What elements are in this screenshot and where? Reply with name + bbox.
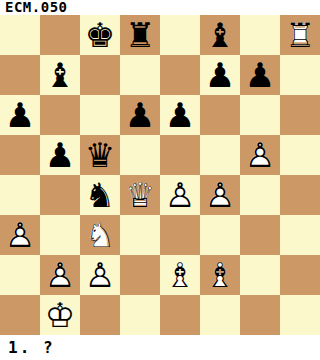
- white-pawn-piece: ♟: [200, 175, 240, 215]
- black-pawn-piece: ♟: [120, 95, 160, 135]
- square-a3[interactable]: ♟♙: [0, 215, 40, 255]
- white-rook-piece-outline: ♖: [280, 15, 320, 55]
- black-queen-piece: ♛: [80, 135, 120, 175]
- square-a4[interactable]: [0, 175, 40, 215]
- square-a7[interactable]: [0, 55, 40, 95]
- square-a5[interactable]: [0, 135, 40, 175]
- square-c5[interactable]: ♛: [80, 135, 120, 175]
- square-e4[interactable]: ♟♙: [160, 175, 200, 215]
- square-h2[interactable]: [280, 255, 320, 295]
- square-d2[interactable]: [120, 255, 160, 295]
- square-a6[interactable]: ♟: [0, 95, 40, 135]
- chess-board: ♚♜♝♜♖♝♟♟♟♟♟♟♛♟♙♞♛♕♟♙♟♙♟♙♞♘♟♙♟♙♝♗♝♗♚♔: [0, 15, 320, 335]
- white-pawn-piece: ♟: [240, 135, 280, 175]
- black-king-piece: ♚: [80, 15, 120, 55]
- white-pawn-piece: ♟: [40, 255, 80, 295]
- square-b6[interactable]: [40, 95, 80, 135]
- white-pawn-piece-outline: ♙: [80, 255, 120, 295]
- black-bishop-piece: ♝: [200, 15, 240, 55]
- square-b7[interactable]: ♝: [40, 55, 80, 95]
- square-f4[interactable]: ♟♙: [200, 175, 240, 215]
- square-a2[interactable]: [0, 255, 40, 295]
- square-h6[interactable]: [280, 95, 320, 135]
- square-d8[interactable]: ♜: [120, 15, 160, 55]
- square-f5[interactable]: [200, 135, 240, 175]
- chess-diagram-window: ECM.050 ♚♜♝♜♖♝♟♟♟♟♟♟♛♟♙♞♛♕♟♙♟♙♟♙♞♘♟♙♟♙♝♗…: [0, 0, 320, 360]
- white-pawn-piece-outline: ♙: [240, 135, 280, 175]
- square-e3[interactable]: [160, 215, 200, 255]
- square-a1[interactable]: [0, 295, 40, 335]
- square-b4[interactable]: [40, 175, 80, 215]
- square-d4[interactable]: ♛♕: [120, 175, 160, 215]
- black-pawn-piece: ♟: [0, 95, 40, 135]
- white-pawn-piece-outline: ♙: [160, 175, 200, 215]
- square-c3[interactable]: ♞♘: [80, 215, 120, 255]
- square-f7[interactable]: ♟: [200, 55, 240, 95]
- square-g3[interactable]: [240, 215, 280, 255]
- square-b3[interactable]: [40, 215, 80, 255]
- black-pawn-piece: ♟: [240, 55, 280, 95]
- square-a8[interactable]: [0, 15, 40, 55]
- white-pawn-piece-outline: ♙: [0, 215, 40, 255]
- square-g4[interactable]: [240, 175, 280, 215]
- square-d6[interactable]: ♟: [120, 95, 160, 135]
- square-g6[interactable]: [240, 95, 280, 135]
- square-c2[interactable]: ♟♙: [80, 255, 120, 295]
- white-pawn-piece: ♟: [160, 175, 200, 215]
- square-c1[interactable]: [80, 295, 120, 335]
- black-pawn-piece: ♟: [40, 135, 80, 175]
- white-pawn-piece-outline: ♙: [200, 175, 240, 215]
- square-c6[interactable]: [80, 95, 120, 135]
- square-f1[interactable]: [200, 295, 240, 335]
- square-e5[interactable]: [160, 135, 200, 175]
- square-h8[interactable]: ♜♖: [280, 15, 320, 55]
- square-b5[interactable]: ♟: [40, 135, 80, 175]
- white-bishop-piece: ♝: [200, 255, 240, 295]
- square-d3[interactable]: [120, 215, 160, 255]
- square-f6[interactable]: [200, 95, 240, 135]
- black-pawn-piece: ♟: [160, 95, 200, 135]
- square-h4[interactable]: [280, 175, 320, 215]
- black-knight-piece: ♞: [80, 175, 120, 215]
- square-g5[interactable]: ♟♙: [240, 135, 280, 175]
- square-h7[interactable]: [280, 55, 320, 95]
- square-d7[interactable]: [120, 55, 160, 95]
- black-bishop-piece: ♝: [40, 55, 80, 95]
- square-d1[interactable]: [120, 295, 160, 335]
- black-rook-piece: ♜: [120, 15, 160, 55]
- square-d5[interactable]: [120, 135, 160, 175]
- square-b1[interactable]: ♚♔: [40, 295, 80, 335]
- white-knight-piece: ♞: [80, 215, 120, 255]
- square-f2[interactable]: ♝♗: [200, 255, 240, 295]
- square-c7[interactable]: [80, 55, 120, 95]
- white-queen-piece: ♛: [120, 175, 160, 215]
- square-h5[interactable]: [280, 135, 320, 175]
- square-e2[interactable]: ♝♗: [160, 255, 200, 295]
- square-f3[interactable]: [200, 215, 240, 255]
- square-e1[interactable]: [160, 295, 200, 335]
- black-pawn-piece: ♟: [200, 55, 240, 95]
- white-rook-piece: ♜: [280, 15, 320, 55]
- white-bishop-piece: ♝: [160, 255, 200, 295]
- white-knight-piece-outline: ♘: [80, 215, 120, 255]
- square-c4[interactable]: ♞: [80, 175, 120, 215]
- square-e7[interactable]: [160, 55, 200, 95]
- position-title: ECM.050: [0, 0, 320, 15]
- move-prompt: 1. ?: [0, 335, 320, 360]
- square-e8[interactable]: [160, 15, 200, 55]
- square-h3[interactable]: [280, 215, 320, 255]
- square-g2[interactable]: [240, 255, 280, 295]
- square-h1[interactable]: [280, 295, 320, 335]
- square-g7[interactable]: ♟: [240, 55, 280, 95]
- white-pawn-piece-outline: ♙: [40, 255, 80, 295]
- square-f8[interactable]: ♝: [200, 15, 240, 55]
- square-b2[interactable]: ♟♙: [40, 255, 80, 295]
- white-bishop-piece-outline: ♗: [160, 255, 200, 295]
- square-g8[interactable]: [240, 15, 280, 55]
- square-b8[interactable]: [40, 15, 80, 55]
- square-c8[interactable]: ♚: [80, 15, 120, 55]
- white-king-piece: ♚: [40, 295, 80, 335]
- white-queen-piece-outline: ♕: [120, 175, 160, 215]
- white-pawn-piece: ♟: [80, 255, 120, 295]
- white-pawn-piece: ♟: [0, 215, 40, 255]
- white-king-piece-outline: ♔: [40, 295, 80, 335]
- square-e6[interactable]: ♟: [160, 95, 200, 135]
- square-g1[interactable]: [240, 295, 280, 335]
- white-bishop-piece-outline: ♗: [200, 255, 240, 295]
